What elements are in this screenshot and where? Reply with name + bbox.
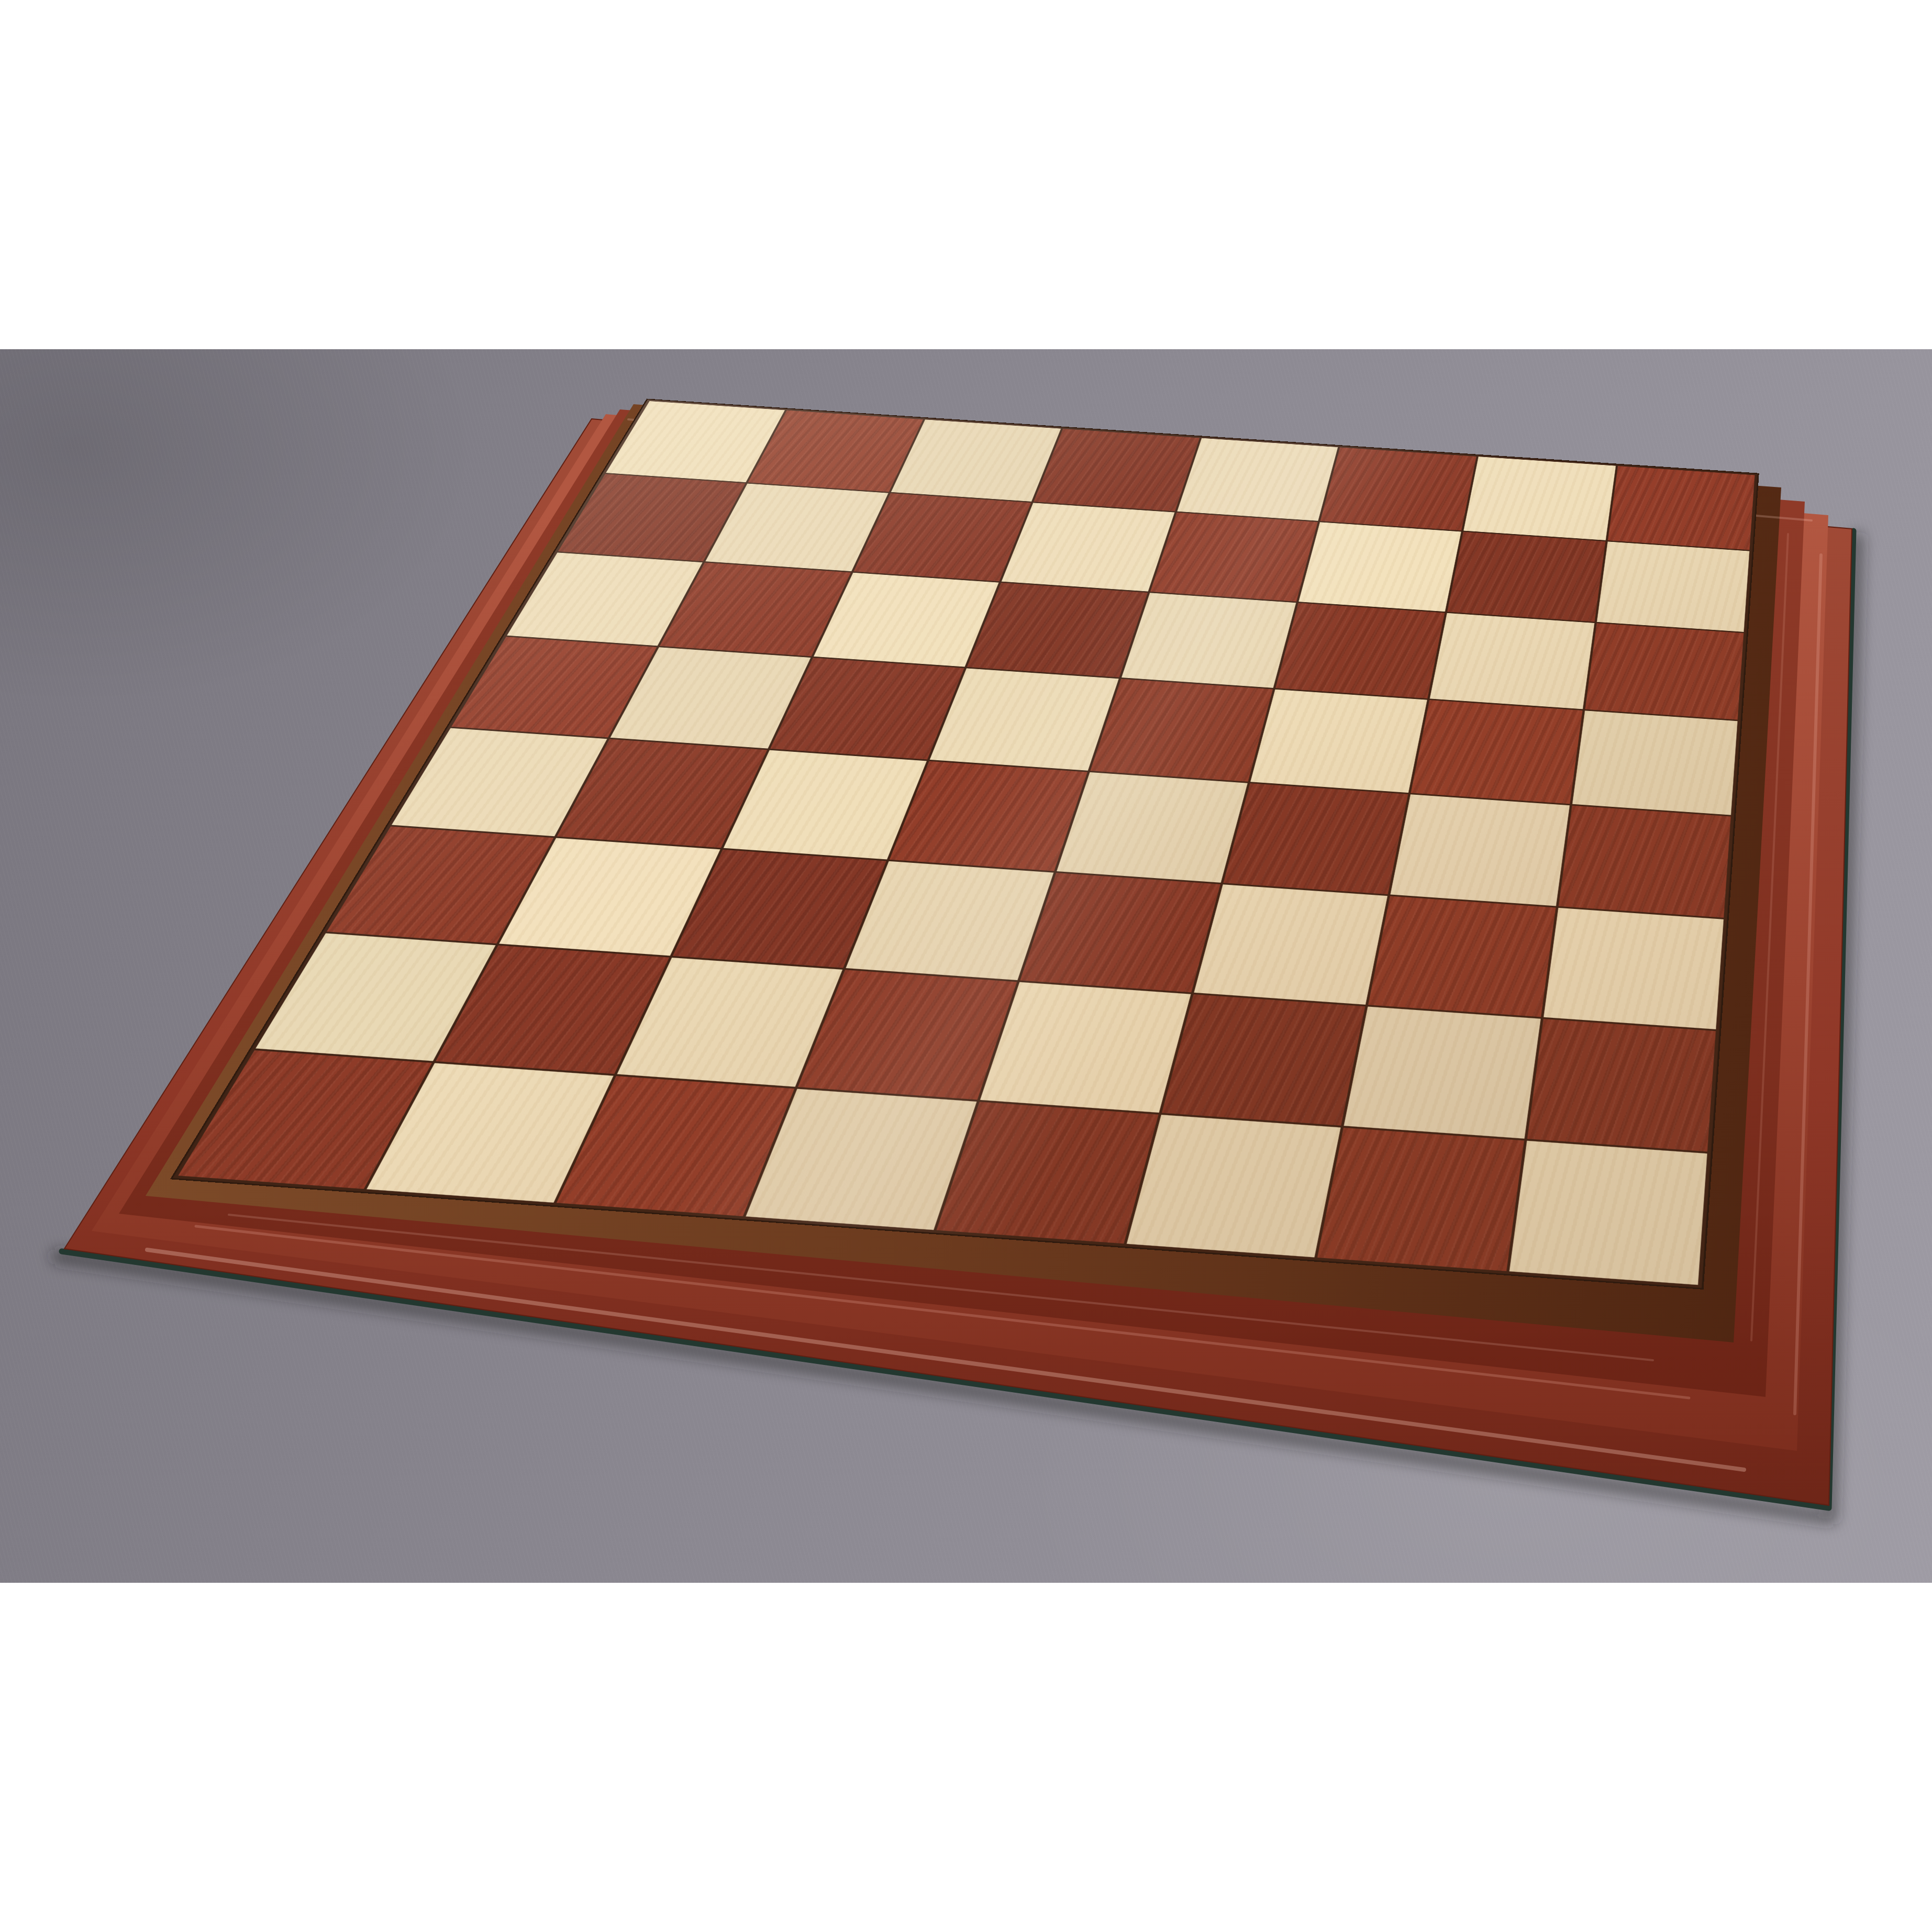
square-r3c4	[967, 583, 1147, 678]
square-r3c5	[1121, 593, 1296, 688]
square-r5c6	[1223, 783, 1408, 894]
square-r1c7	[1464, 457, 1616, 540]
square-r2c8	[1596, 542, 1749, 632]
square-r8c6	[1127, 1115, 1341, 1258]
square-r2c7	[1448, 532, 1605, 621]
square-r1c4	[1034, 429, 1199, 512]
product-photo	[0, 349, 1932, 1583]
square-r4c7	[1411, 700, 1582, 804]
square-r7c7	[1344, 1007, 1540, 1138]
square-r5c8	[1558, 805, 1731, 918]
square-r2c4	[1002, 503, 1174, 592]
square-r4c5	[1090, 679, 1273, 782]
square-r5c7	[1391, 794, 1570, 906]
square-r8c7	[1317, 1127, 1524, 1271]
square-r6c6	[1194, 884, 1387, 1005]
square-r3c8	[1585, 623, 1744, 720]
square-r2c6	[1298, 523, 1461, 612]
square-r8c8	[1509, 1140, 1707, 1285]
square-r1c8	[1607, 466, 1755, 550]
square-r1c5	[1177, 438, 1338, 521]
square-r4c4	[930, 669, 1118, 771]
square-r6c7	[1368, 896, 1555, 1017]
square-r4c6	[1250, 690, 1427, 793]
square-r7c5	[980, 982, 1191, 1113]
square-r1c6	[1320, 447, 1476, 530]
square-r6c8	[1544, 908, 1724, 1029]
square-r5c5	[1056, 772, 1247, 882]
square-r2c5	[1150, 513, 1317, 602]
square-r7c6	[1162, 994, 1365, 1125]
square-r3c7	[1430, 613, 1594, 709]
square-r8c5	[936, 1102, 1159, 1243]
square-r7c8	[1527, 1019, 1716, 1151]
square-r3c6	[1275, 603, 1445, 698]
square-r6c5	[1019, 873, 1220, 993]
square-r4c8	[1572, 710, 1738, 815]
